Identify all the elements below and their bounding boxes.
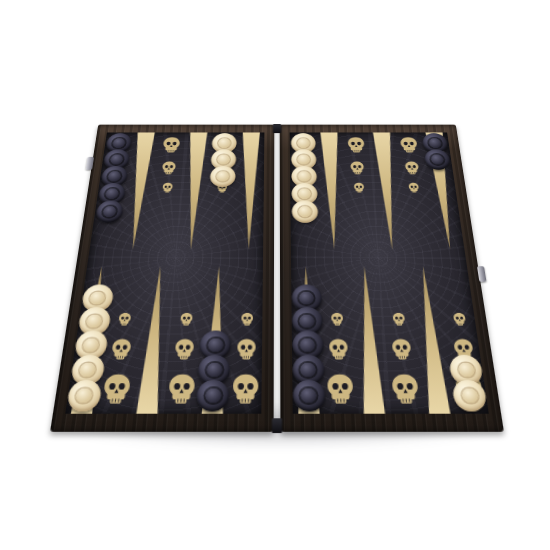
skull-icon (402, 161, 421, 176)
skull-icon (407, 182, 421, 193)
point-T5[interactable] (205, 132, 238, 257)
triangle-point-decor (319, 132, 345, 249)
checker-stack-dark (196, 335, 231, 411)
skull-icon (178, 312, 195, 327)
skull-icon (451, 312, 469, 327)
skull-icon (160, 161, 179, 176)
top-points-row (290, 132, 466, 257)
skull-icon (98, 372, 136, 405)
board-left-half (50, 125, 274, 432)
top-points-row (88, 132, 264, 257)
right-playing-field (290, 132, 489, 413)
skull-icon (386, 372, 423, 405)
checker-stack-cream (210, 133, 237, 183)
skull-icon (329, 312, 345, 327)
skull-icon (239, 312, 255, 327)
checker-dark[interactable] (424, 149, 452, 169)
checker-cream[interactable] (452, 380, 488, 412)
skull-icon (228, 372, 263, 405)
skull-icon (345, 136, 368, 154)
skull-icon (116, 312, 133, 327)
backgammon-board (50, 125, 504, 432)
photo-background (0, 0, 550, 550)
point-T7[interactable] (290, 132, 320, 257)
hinge-icon (272, 418, 282, 433)
checker-stack-dark (291, 289, 325, 411)
checker-dark[interactable] (292, 380, 325, 412)
triangle-point-decor (238, 132, 261, 249)
checker-cream[interactable] (291, 201, 317, 223)
skull-icon (352, 182, 366, 193)
left-playing-field (65, 132, 264, 413)
triangle-point-decor (180, 132, 208, 249)
skull-icon (163, 372, 199, 405)
bottom-points-row (291, 258, 489, 414)
right-clasp-icon (477, 266, 487, 281)
board-right-half (280, 125, 504, 432)
skull-icon (108, 338, 135, 361)
checker-stack-dark (422, 133, 451, 166)
skull-icon (160, 182, 174, 193)
checker-dark[interactable] (196, 380, 230, 412)
bottom-points-row (65, 258, 263, 414)
skull-point-decor (229, 258, 263, 414)
left-clasp-icon (86, 157, 95, 170)
checker-cream[interactable] (66, 380, 102, 412)
checker-stack-cream (291, 133, 318, 218)
skull-icon (388, 338, 415, 361)
point-T6[interactable] (234, 132, 264, 257)
checker-stack-cream (449, 360, 488, 412)
skull-icon (390, 312, 407, 327)
skull-icon (160, 136, 183, 154)
skull-icon (348, 161, 367, 176)
skull-icon (326, 338, 352, 361)
skull-icon (234, 338, 259, 361)
skull-icon (323, 372, 359, 405)
skull-icon (397, 136, 421, 154)
hinge-icon (273, 124, 281, 133)
point-B6[interactable] (229, 258, 263, 414)
skull-icon (171, 338, 197, 361)
